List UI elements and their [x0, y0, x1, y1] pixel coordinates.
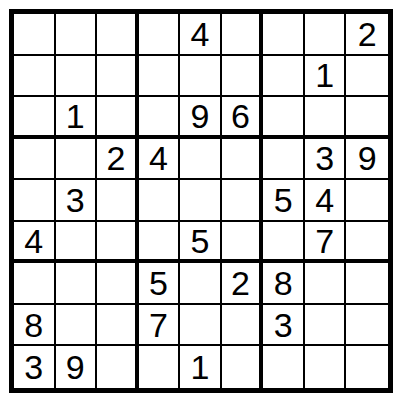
cell-r5c5[interactable]: [180, 180, 222, 222]
cell-r1c4[interactable]: [139, 14, 181, 56]
cell-r9c2: 9: [56, 346, 98, 388]
cell-r6c7[interactable]: [263, 222, 305, 264]
cell-r8c9[interactable]: [346, 305, 388, 347]
cell-r4c2[interactable]: [56, 139, 98, 181]
cell-r8c6[interactable]: [222, 305, 264, 347]
cell-r9c6[interactable]: [222, 346, 264, 388]
cell-r4c3: 2: [97, 139, 139, 181]
cell-r1c5: 4: [180, 14, 222, 56]
cell-r8c1: 8: [14, 305, 56, 347]
cell-r6c9[interactable]: [346, 222, 388, 264]
cell-r3c5: 9: [180, 97, 222, 139]
cell-r3c4[interactable]: [139, 97, 181, 139]
cell-r9c3[interactable]: [97, 346, 139, 388]
cell-r6c3[interactable]: [97, 222, 139, 264]
cell-r5c4[interactable]: [139, 180, 181, 222]
cell-r2c9[interactable]: [346, 56, 388, 98]
cell-r6c5: 5: [180, 222, 222, 264]
cell-r7c8[interactable]: [305, 263, 347, 305]
cell-r1c1[interactable]: [14, 14, 56, 56]
cell-r9c4[interactable]: [139, 346, 181, 388]
cell-r8c2[interactable]: [56, 305, 98, 347]
cell-r4c9: 9: [346, 139, 388, 181]
cell-r6c6[interactable]: [222, 222, 264, 264]
sudoku-board: 4211962439354457528873391: [9, 9, 393, 393]
cell-r7c4: 5: [139, 263, 181, 305]
cell-r5c7: 5: [263, 180, 305, 222]
cell-r9c9[interactable]: [346, 346, 388, 388]
cell-r4c6[interactable]: [222, 139, 264, 181]
cell-r3c9[interactable]: [346, 97, 388, 139]
cell-r3c8[interactable]: [305, 97, 347, 139]
cell-r7c9[interactable]: [346, 263, 388, 305]
cell-r3c7[interactable]: [263, 97, 305, 139]
cell-r8c3[interactable]: [97, 305, 139, 347]
cell-r2c7[interactable]: [263, 56, 305, 98]
cell-r2c4[interactable]: [139, 56, 181, 98]
cell-r7c3[interactable]: [97, 263, 139, 305]
cell-r4c7[interactable]: [263, 139, 305, 181]
cell-r4c4: 4: [139, 139, 181, 181]
cell-r6c8: 7: [305, 222, 347, 264]
cell-r4c5[interactable]: [180, 139, 222, 181]
cell-r1c7[interactable]: [263, 14, 305, 56]
cell-r5c8: 4: [305, 180, 347, 222]
cell-r1c3[interactable]: [97, 14, 139, 56]
cell-r1c9: 2: [346, 14, 388, 56]
cell-r7c5[interactable]: [180, 263, 222, 305]
cell-r1c2[interactable]: [56, 14, 98, 56]
cell-r9c7[interactable]: [263, 346, 305, 388]
cell-r3c2: 1: [56, 97, 98, 139]
cell-r5c2: 3: [56, 180, 98, 222]
cell-r2c5[interactable]: [180, 56, 222, 98]
cell-r8c7: 3: [263, 305, 305, 347]
cell-r2c1[interactable]: [14, 56, 56, 98]
cell-r5c6[interactable]: [222, 180, 264, 222]
cell-r3c3[interactable]: [97, 97, 139, 139]
cell-r1c6[interactable]: [222, 14, 264, 56]
cell-r7c2[interactable]: [56, 263, 98, 305]
cell-r8c8[interactable]: [305, 305, 347, 347]
cell-r7c1[interactable]: [14, 263, 56, 305]
cell-r2c6[interactable]: [222, 56, 264, 98]
cell-r8c5[interactable]: [180, 305, 222, 347]
cell-r2c2[interactable]: [56, 56, 98, 98]
cell-r9c5: 1: [180, 346, 222, 388]
cell-r9c1: 3: [14, 346, 56, 388]
cell-r6c2[interactable]: [56, 222, 98, 264]
cell-r7c6: 2: [222, 263, 264, 305]
cell-r7c7: 8: [263, 263, 305, 305]
cell-r8c4: 7: [139, 305, 181, 347]
cell-r2c3[interactable]: [97, 56, 139, 98]
cell-r6c1: 4: [14, 222, 56, 264]
cell-r1c8[interactable]: [305, 14, 347, 56]
cell-r5c1[interactable]: [14, 180, 56, 222]
cell-r9c8[interactable]: [305, 346, 347, 388]
cell-r3c1[interactable]: [14, 97, 56, 139]
cell-r4c1[interactable]: [14, 139, 56, 181]
cell-r5c3[interactable]: [97, 180, 139, 222]
cell-r2c8: 1: [305, 56, 347, 98]
cell-r6c4[interactable]: [139, 222, 181, 264]
cell-r5c9[interactable]: [346, 180, 388, 222]
cell-r3c6: 6: [222, 97, 264, 139]
cell-r4c8: 3: [305, 139, 347, 181]
